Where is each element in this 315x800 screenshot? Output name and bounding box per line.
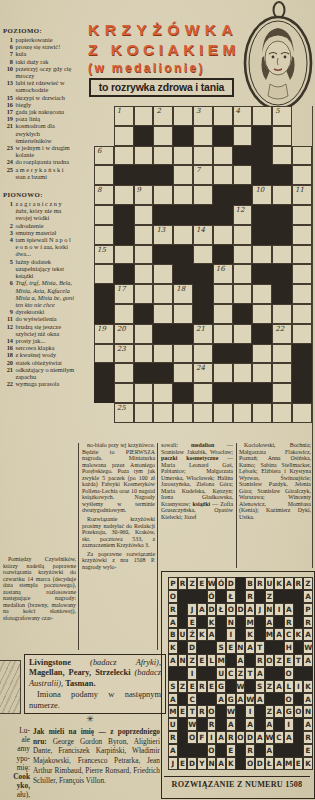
empty-cell[interactable] [114,126,134,146]
first-names-paragraph: Jak mieli na imię — z poprzedniego nru: … [33,727,160,785]
solution-letter-cell: W [265,731,275,744]
solution-black-cell [236,718,246,731]
empty-cell[interactable] [94,165,114,185]
solution-letter-cell: A [265,616,275,629]
solution-letter-cell: A [284,577,294,590]
empty-cell[interactable] [292,403,312,423]
black-cell [193,304,213,324]
empty-cell[interactable] [173,403,193,423]
empty-cell[interactable] [252,304,272,324]
solution-letter-cell: R [207,718,217,731]
black-cell [153,205,173,225]
solution-letter-cell: R [303,731,313,744]
clue-item: 1papierkowanie [3,36,75,43]
solution-letter-cell: N [236,641,246,654]
empty-cell[interactable] [114,363,134,383]
empty-cell[interactable]: 11 [292,185,312,205]
empty-cell[interactable]: 19 [94,324,114,344]
empty-cell[interactable] [134,205,154,225]
solution-letter-cell: A [168,693,178,706]
clue-item: 1z a g r a n i c z n y żubr, który nie m… [3,200,75,222]
solution-letter-cell: D [236,603,246,616]
empty-cell[interactable] [173,165,193,185]
empty-cell[interactable] [114,383,134,403]
solution-letter-cell: M [284,757,294,770]
column-divider [78,443,79,650]
caption-rule [164,776,310,777]
empty-cell[interactable]: 23 [114,344,134,364]
empty-cell[interactable] [292,146,312,166]
empty-cell[interactable] [153,185,173,205]
solution-letter-cell: N [226,616,236,629]
solution-black-cell [265,641,275,654]
empty-cell[interactable]: 12 [233,205,253,225]
solution-letter-cell: E [178,705,188,718]
title-line-2: Z KOCIAKIEM [88,40,244,60]
solution-letter-cell: D [245,731,255,744]
solution-black-cell [197,718,207,731]
solution-letter-cell: L [284,680,294,693]
solution-letter-cell: R [168,731,178,744]
solution-letter-cell: Z [303,577,313,590]
clue-item: 23w jednym i w drugim kolanie [3,144,75,158]
solution-letter-cell: A [245,603,255,616]
empty-cell[interactable] [213,363,233,383]
empty-cell[interactable]: 24 [193,363,213,383]
empty-cell[interactable] [134,146,154,166]
solution-letter-cell: R [245,590,255,603]
down-header: PIONOWO: [3,191,75,198]
clue-number: 2 [156,107,160,115]
magazine-crossword-page: POZIOMO: 1papierkowanie6proszę się stawi… [0,0,315,800]
empty-cell[interactable] [153,284,173,304]
empty-cell[interactable] [233,245,253,265]
clue-number: 9 [137,186,141,194]
solution-letter-cell: A [303,718,313,731]
empty-cell[interactable] [134,344,154,364]
empty-cell[interactable] [134,403,154,423]
across-header: POZIOMO: [3,27,75,34]
empty-cell[interactable] [114,304,134,324]
solution-letter-cell: K [294,628,304,641]
solution-black-cell [178,731,188,744]
solution-letter-cell: N [178,654,188,667]
solution-black-cell [226,680,236,693]
empty-cell[interactable] [173,146,193,166]
empty-cell[interactable] [233,126,253,146]
empty-cell[interactable]: 6 [94,146,114,166]
empty-cell[interactable]: 10 [252,185,272,205]
empty-cell[interactable] [94,344,114,364]
clue-number: 5 [275,107,279,115]
empty-cell[interactable] [94,205,114,225]
empty-cell[interactable] [252,245,272,265]
empty-cell[interactable] [272,383,292,403]
solution-letter-cell: W [236,680,246,693]
empty-cell[interactable] [272,245,292,265]
empty-cell[interactable] [213,304,233,324]
winners-text-col3: sowali: medalion — Stanisław Jakubik, Wr… [161,442,233,521]
black-cell [173,264,193,284]
empty-cell[interactable] [233,284,253,304]
empty-cell[interactable] [153,146,173,166]
solution-black-cell [236,744,246,757]
solution-black-cell [236,616,246,629]
black-cell [153,245,173,265]
solution-letter-cell: W [226,705,236,718]
void-cell [94,106,114,126]
solution-letter-cell: O [168,590,178,603]
empty-cell[interactable] [134,284,154,304]
solution-letter-cell: E [284,654,294,667]
empty-cell[interactable] [153,403,173,423]
solution-letter-cell: A [216,757,226,770]
solution-black-cell [274,616,284,629]
clue-number: 7 [196,166,200,174]
solution-letter-cell: K [226,757,236,770]
solution-letter-cell: A [284,731,294,744]
black-cell [173,245,193,265]
empty-cell[interactable] [134,383,154,403]
empty-cell[interactable] [134,106,154,126]
empty-cell[interactable] [94,225,114,245]
empty-cell[interactable] [292,205,312,225]
empty-cell[interactable] [153,264,173,284]
empty-cell[interactable]: 14 [193,225,213,245]
clue-item: 16sercowa klapka [3,344,75,351]
solution-black-cell [216,628,226,641]
solution-letter-cell: Z [236,667,246,680]
empty-cell[interactable] [153,126,173,146]
next-issue-note: Imiona podamy w następnym numerze. [29,690,161,711]
empty-cell[interactable] [134,324,154,344]
solution-letter-cell: Z [187,654,197,667]
solution-letter-cell: R [255,577,265,590]
empty-cell[interactable] [193,146,213,166]
solution-black-cell [294,590,304,603]
solution-letter-cell: O [245,757,255,770]
solution-letter-cell: A [168,744,178,757]
solution-letter-cell: E [226,641,236,654]
clue-number: 10 [255,186,264,194]
empty-cell[interactable]: 21 [193,324,213,344]
empty-cell[interactable] [114,245,134,265]
empty-cell[interactable] [173,344,193,364]
empty-cell[interactable] [292,304,312,324]
black-cell [94,363,114,383]
solution-letter-cell: N [303,705,313,718]
solution-letter-cell: E [197,577,207,590]
black-cell [213,126,233,146]
empty-cell[interactable] [233,363,253,383]
clue-item: 11do wyświetlenia [3,315,75,322]
crossword-grid: 1234567891011121314151617181920212223242… [94,106,312,423]
black-cell [292,383,312,403]
black-cell [272,225,292,245]
solution-letter-cell: R [284,616,294,629]
solution-letter-cell: O [284,667,294,680]
solution-letter-cell: R [168,603,178,616]
empty-cell[interactable]: 4 [233,106,253,126]
solution-letter-cell: S [168,680,178,693]
empty-cell[interactable]: 16 [213,264,233,284]
solution-letter-cell: D [255,757,265,770]
empty-cell[interactable] [292,324,312,344]
solution-letter-cell: Ó [216,577,226,590]
empty-cell[interactable] [193,344,213,364]
solution-letter-cell: A [245,718,255,731]
clue-item: 9dyrektorski [3,308,75,315]
solution-black-cell [303,667,313,680]
black-cell [213,245,233,265]
solution-black-cell [236,590,246,603]
clue-item: 14prosty jak... [3,337,75,344]
solution-letter-cell: O [265,654,275,667]
down-clue-list: 1z a g r a n i c z n y żubr, który nie m… [3,200,75,387]
black-cell [193,264,213,284]
void-cell [94,403,114,423]
solution-black-cell [216,744,226,757]
empty-cell[interactable] [272,146,292,166]
black-cell [252,205,272,225]
empty-cell[interactable] [153,304,173,324]
black-cell [94,383,114,403]
solution-letter-cell: P [303,603,313,616]
empty-cell[interactable] [292,264,312,284]
empty-cell[interactable] [213,165,233,185]
solution-letter-cell: O [207,705,217,718]
solution-letter-cell: K [168,641,178,654]
solution-black-cell [178,693,188,706]
column-divider [157,443,158,650]
empty-cell[interactable] [193,383,213,403]
solution-letter-cell: I [245,705,255,718]
empty-cell[interactable]: 15 [94,245,114,265]
solution-black-cell [265,693,275,706]
clue-item: 20statek obieżyświat [3,359,75,366]
solution-black-cell [178,718,188,731]
empty-cell[interactable]: 20 [114,324,134,344]
solution-black-cell [236,705,246,718]
solution-black-cell [245,680,255,693]
empty-cell[interactable] [134,225,154,245]
clue-item: 21kosmodrom dla zwykłych śmiertelników [3,122,75,144]
solution-letter-cell: A [226,718,236,731]
solution-letter-cell: I [226,628,236,641]
clue-column: POZIOMO: 1papierkowanie6proszę się stawi… [3,27,75,387]
clue-number: 16 [216,265,225,273]
empty-cell[interactable] [173,185,193,205]
solution-black-cell [255,718,265,731]
clue-item: 13lubi też rdzewieć w samochodzie [3,79,75,93]
solution-letter-cell: Ó [207,590,217,603]
black-cell [272,284,292,304]
empty-cell[interactable] [233,324,253,344]
empty-cell[interactable] [173,363,193,383]
empty-cell[interactable] [292,245,312,265]
empty-cell[interactable] [134,245,154,265]
explorers-answers: Livingstone (badacz Afryki), Magellan, P… [29,658,161,689]
solution-letter-cell: E [294,757,304,770]
solution-letter-cell: S [255,680,265,693]
empty-cell[interactable]: 22 [272,324,292,344]
solution-letter-cell: K [207,616,217,629]
empty-cell[interactable] [292,284,312,304]
empty-cell[interactable]: 17 [114,284,134,304]
clue-item: 7kula [3,50,75,57]
solution-letter-cell: O [187,731,197,744]
empty-cell[interactable]: 25 [114,403,134,423]
solution-black-cell [255,705,265,718]
empty-cell[interactable] [193,245,213,265]
solution-letter-cell: O [207,744,217,757]
empty-cell[interactable] [173,106,193,126]
black-cell [213,205,233,225]
solution-letter-cell: R [197,705,207,718]
solution-letter-cell: A [284,603,294,616]
empty-cell[interactable] [213,106,233,126]
solution-letter-cell: R [294,577,304,590]
empty-cell[interactable] [193,403,213,423]
empty-cell[interactable] [173,304,193,324]
solution-letter-cell: A [236,693,246,706]
empty-cell[interactable] [272,185,292,205]
solution-black-cell [274,744,284,757]
clue-item: 25a m e r y k a ń s k i stan z bzami [3,166,75,180]
empty-cell[interactable] [153,344,173,364]
empty-cell[interactable] [94,264,114,284]
solution-black-cell [255,744,265,757]
solution-letter-cell: O [226,603,236,616]
solution-black-cell [197,693,207,706]
solution-black-cell [207,693,217,706]
empty-cell[interactable] [233,264,253,284]
empty-cell[interactable] [252,344,272,364]
solution-letter-cell: T [187,705,197,718]
empty-cell[interactable] [252,106,272,126]
solution-letter-cell: H [284,641,294,654]
empty-cell[interactable] [114,146,134,166]
empty-cell[interactable] [213,284,233,304]
empty-cell[interactable] [292,165,312,185]
solution-black-cell [197,667,207,680]
black-cell [173,383,193,403]
empty-cell[interactable] [153,383,173,403]
empty-cell[interactable] [272,363,292,383]
empty-cell[interactable] [233,225,253,245]
empty-cell[interactable] [272,344,292,364]
empty-cell[interactable] [233,403,253,423]
black-cell [252,324,272,344]
solution-letter-cell: D [187,641,197,654]
empty-cell[interactable]: 18 [173,284,193,304]
empty-cell[interactable]: 9 [134,185,154,205]
empty-cell[interactable] [252,403,272,423]
empty-cell[interactable] [272,126,292,146]
empty-cell[interactable] [213,146,233,166]
solution-letter-cell: K [245,628,255,641]
solution-letter-cell: A [197,603,207,616]
solution-letter-cell: A [236,654,246,667]
asterisk-divider-icon: ✳ [70,714,110,724]
solution-letter-cell: A [274,628,284,641]
solution-black-cell [236,757,246,770]
black-cell [213,383,233,403]
solution-letter-cell: U [265,577,275,590]
solution-letter-cell: A [255,667,265,680]
clue-item: 17gada jak nakręcona [3,108,75,115]
solution-letter-cell: C [284,628,294,641]
empty-cell[interactable]: 2 [153,106,173,126]
solution-black-cell [216,590,226,603]
clue-item: 5luźny dodatek uzupełniający tekst książ… [3,258,75,280]
clue-number: 21 [196,325,205,333]
empty-cell[interactable] [272,304,292,324]
solution-black-cell [178,667,188,680]
solution-letter-cell: T [245,667,255,680]
empty-cell[interactable] [114,185,134,205]
empty-cell[interactable] [193,185,213,205]
empty-cell[interactable] [233,165,253,185]
empty-cell[interactable]: 13 [153,225,173,245]
black-cell [233,344,253,364]
solution-black-cell [294,603,304,616]
black-cell [292,344,312,364]
solution-letter-cell: W [207,577,217,590]
empty-cell[interactable]: 3 [193,106,213,126]
solution-letter-cell: A [274,680,284,693]
empty-cell[interactable] [134,264,154,284]
empty-cell[interactable]: 1 [114,106,134,126]
solution-letter-cell: I [294,680,304,693]
prize-text-col2: no-biało przy tej krzyżówce. Będzie to P… [82,442,155,572]
solution-black-cell [245,654,255,667]
clue-number: 18 [176,285,185,293]
empty-cell[interactable] [252,284,272,304]
solution-letter-cell: D [226,577,236,590]
solution-black-cell [197,590,207,603]
empty-cell[interactable] [213,324,233,344]
solution-letter-cell: A [274,757,284,770]
empty-cell[interactable]: 8 [94,185,114,205]
solution-letter-cell: O [294,705,304,718]
clue-number: 13 [156,226,165,234]
empty-cell[interactable] [272,403,292,423]
empty-cell[interactable] [173,225,193,245]
clue-number: 25 [117,404,126,412]
clue-number: 20 [117,325,126,333]
solution-letter-cell: D [207,603,217,616]
black-cell [213,344,233,364]
solution-letter-cell: Ł [265,757,275,770]
empty-cell[interactable] [213,403,233,423]
winners-text-col4: Kociołowski, Bochnia; Małgorzata Flakowi… [239,442,311,523]
solution-letter-cell: A [216,731,226,744]
empty-cell[interactable]: 7 [193,165,213,185]
solution-black-cell [207,641,217,654]
black-cell [233,146,253,166]
solution-letter-cell: A [303,628,313,641]
solution-black-cell [178,641,188,654]
black-cell [233,383,253,403]
empty-cell[interactable]: 5 [272,106,292,126]
solution-grid: PRZEWÓDBRUKARZOÓŁRZARJADŁODAJNIAPAEKNMAR… [168,577,313,770]
empty-cell[interactable] [213,225,233,245]
empty-cell[interactable] [252,363,272,383]
black-cell [114,165,134,185]
empty-cell[interactable] [193,126,213,146]
empty-cell[interactable] [292,225,312,245]
